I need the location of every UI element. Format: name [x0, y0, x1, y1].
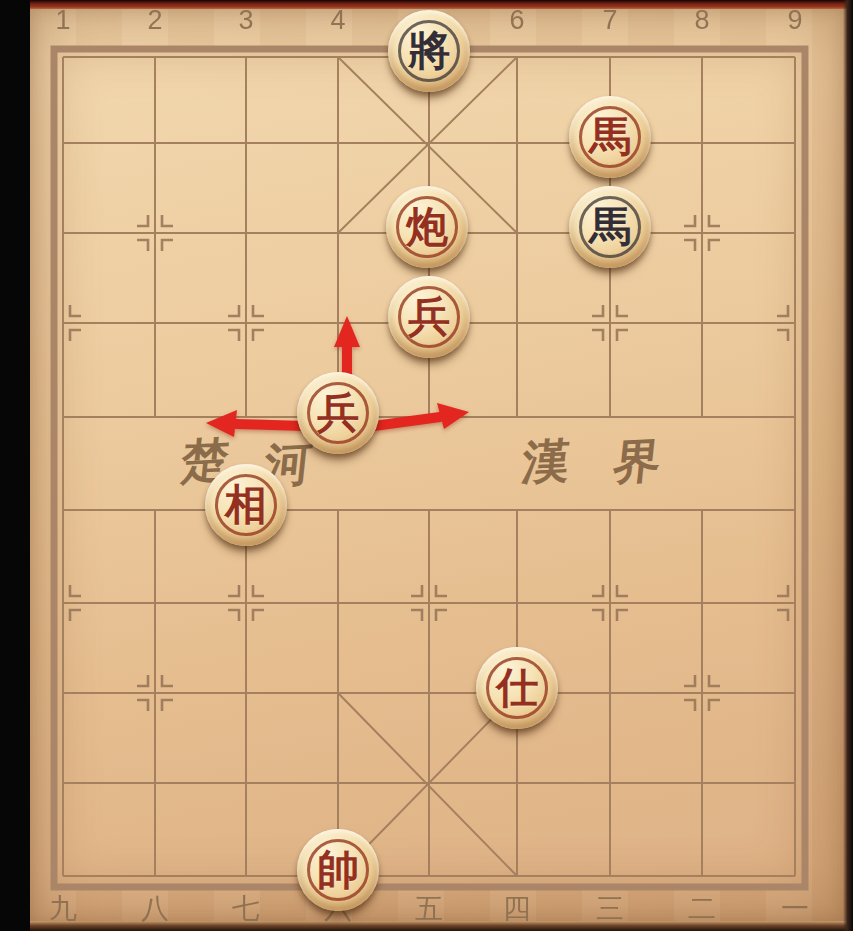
piece-glyph: 兵	[408, 296, 450, 338]
piece-glyph: 仕	[496, 667, 538, 709]
piece-red-soldier-1[interactable]: 兵	[388, 276, 470, 358]
piece-red-cannon[interactable]: 炮	[386, 186, 468, 268]
piece-glyph: 帥	[317, 849, 359, 891]
piece-red-elephant[interactable]: 相	[205, 464, 287, 546]
piece-red-advisor[interactable]: 仕	[476, 647, 558, 729]
arrow-right	[374, 403, 469, 429]
piece-red-horse[interactable]: 馬	[569, 96, 651, 178]
piece-glyph: 將	[408, 30, 450, 72]
arrow-left	[206, 410, 305, 437]
xiangqi-app-screen: 1 2 3 4 5 6 7 8 9 九 八 七 六 五 四 三 二 一 楚 河 …	[0, 0, 853, 931]
move-hint-arrows	[0, 0, 853, 931]
piece-red-soldier-2[interactable]: 兵	[297, 372, 379, 454]
piece-glyph: 炮	[406, 206, 448, 248]
piece-glyph: 馬	[589, 116, 631, 158]
piece-black-general[interactable]: 將	[388, 10, 470, 92]
piece-glyph: 相	[225, 484, 267, 526]
piece-glyph: 馬	[589, 206, 631, 248]
piece-red-general[interactable]: 帥	[297, 829, 379, 911]
piece-black-horse[interactable]: 馬	[569, 186, 651, 268]
arrow-forward	[334, 316, 360, 376]
piece-glyph: 兵	[317, 392, 359, 434]
